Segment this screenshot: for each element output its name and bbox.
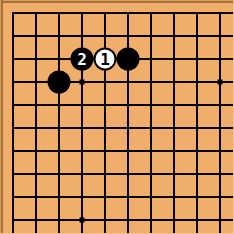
- grid-line-vertical: [127, 12, 129, 234]
- grid-line-horizontal: [12, 219, 234, 221]
- star-point: [218, 80, 223, 85]
- grid-line-horizontal: [12, 150, 234, 152]
- board-border-top: [0, 0, 234, 3]
- grid-line-vertical: [81, 12, 83, 234]
- grid-line-vertical: [12, 12, 14, 234]
- grid-line-vertical: [196, 12, 198, 234]
- board-cut-edge-right: [233, 0, 234, 234]
- grid-line-vertical: [150, 12, 152, 234]
- grid-line-horizontal: [12, 35, 234, 37]
- white-stone[interactable]: 1: [94, 48, 117, 71]
- board-border-left: [0, 0, 3, 234]
- black-stone[interactable]: 2: [71, 48, 94, 71]
- star-point: [80, 218, 85, 223]
- grid-line-vertical: [219, 12, 221, 234]
- grid-line-horizontal: [12, 81, 234, 83]
- grid-line-horizontal: [12, 173, 234, 175]
- black-stone[interactable]: [48, 71, 71, 94]
- move-number-label: 2: [77, 51, 87, 67]
- grid-line-vertical: [104, 12, 106, 234]
- grid-line-horizontal: [12, 12, 234, 14]
- move-number-label: 1: [100, 51, 110, 67]
- black-stone[interactable]: [117, 48, 140, 71]
- board-cut-edge-bottom: [0, 233, 234, 234]
- grid-line-vertical: [58, 12, 60, 234]
- star-point: [80, 80, 85, 85]
- grid-line-vertical: [173, 12, 175, 234]
- grid-line-vertical: [35, 12, 37, 234]
- grid-line-horizontal: [12, 127, 234, 129]
- go-board: 21: [0, 0, 234, 234]
- grid-line-horizontal: [12, 104, 234, 106]
- grid-line-horizontal: [12, 196, 234, 198]
